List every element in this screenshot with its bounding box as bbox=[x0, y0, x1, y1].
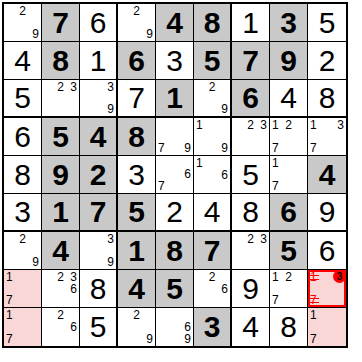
pencil-mark-7: 7 bbox=[157, 180, 169, 192]
cell-r5c6[interactable]: 16 bbox=[194, 156, 232, 194]
pencil-mark-1: 1 bbox=[5, 271, 17, 283]
cell-r7c2[interactable]: 4 bbox=[42, 232, 80, 270]
digit-given: 2 bbox=[80, 156, 116, 193]
cell-r3c1[interactable]: 5 bbox=[4, 80, 42, 118]
digit-given: 8 bbox=[118, 118, 155, 155]
cell-r1c3[interactable]: 6 bbox=[80, 4, 118, 42]
pencil-mark-9: 9 bbox=[180, 142, 192, 154]
cell-r7c8[interactable]: 5 bbox=[270, 232, 308, 270]
cell-r2c6[interactable]: 5 bbox=[194, 42, 232, 80]
pencil-marks: 39 bbox=[81, 81, 115, 115]
pencil-mark-9: 9 bbox=[104, 256, 115, 268]
cell-r8c6[interactable]: 26 bbox=[194, 270, 232, 308]
digit-solved: 9 bbox=[308, 194, 346, 230]
cell-r2c7[interactable]: 7 bbox=[232, 42, 270, 80]
cell-r4c1[interactable]: 6 bbox=[4, 118, 42, 156]
pencil-mark-2: 2 bbox=[17, 233, 29, 245]
cell-r5c9[interactable]: 4 bbox=[308, 156, 346, 194]
pencil-marks: 17 bbox=[5, 309, 40, 345]
digit-given: 7 bbox=[42, 4, 79, 41]
digit-solved: 7 bbox=[118, 80, 155, 116]
pencil-mark-2: 2 bbox=[206, 81, 217, 93]
pencil-mark-2: 2 bbox=[131, 309, 143, 321]
digit-solved: 8 bbox=[80, 270, 116, 307]
pencil-mark-3: 3 bbox=[66, 81, 78, 93]
pencil-mark-2: 2 bbox=[283, 119, 295, 131]
pencil-marks: 16 bbox=[195, 157, 229, 192]
cell-r8c7[interactable]: 9 bbox=[232, 270, 270, 308]
pencil-mark-1: 1 bbox=[5, 309, 17, 321]
digit-solved: 8 bbox=[270, 308, 307, 346]
cell-r5c1[interactable]: 8 bbox=[4, 156, 42, 194]
pencil-mark-9: 9 bbox=[142, 28, 154, 40]
pencil-mark-2: 2 bbox=[55, 81, 67, 93]
pencil-marks: 29 bbox=[195, 81, 229, 115]
cell-r6c9[interactable]: 9 bbox=[308, 194, 346, 232]
pencil-mark-7: 7 bbox=[309, 142, 321, 154]
pencil-marks: 137 bbox=[309, 119, 345, 154]
pencil-marks: 79 bbox=[157, 119, 192, 154]
cell-r7c4[interactable]: 1 bbox=[118, 232, 156, 270]
digit-given: 4 bbox=[118, 270, 155, 307]
cell-r3c2[interactable]: 23 bbox=[42, 80, 80, 118]
digit-solved: 9 bbox=[232, 270, 269, 307]
pencil-mark-9: 9 bbox=[218, 103, 229, 115]
digit-solved: 3 bbox=[4, 194, 41, 230]
pencil-mark-2: 2 bbox=[17, 5, 29, 17]
cell-r4c2[interactable]: 5 bbox=[42, 118, 80, 156]
digit-given: 6 bbox=[232, 80, 269, 116]
cell-r6c5[interactable]: 2 bbox=[156, 194, 194, 232]
cell-r8c8[interactable]: 127 bbox=[270, 270, 308, 308]
pencil-mark-1: 1 bbox=[271, 271, 283, 283]
digit-given: 1 bbox=[156, 80, 193, 116]
pencil-mark-7: 7 bbox=[5, 294, 17, 306]
pencil-marks: 17 bbox=[309, 309, 345, 345]
digit-solved: 3 bbox=[118, 156, 155, 193]
cell-r8c4[interactable]: 4 bbox=[118, 270, 156, 308]
pencil-marks: 23 bbox=[43, 81, 78, 115]
digit-solved: 6 bbox=[308, 232, 346, 269]
cell-r9c6[interactable]: 3 bbox=[194, 308, 232, 346]
cell-r6c4[interactable]: 5 bbox=[118, 194, 156, 232]
digit-given: 8 bbox=[156, 232, 193, 269]
pencil-mark-9: 9 bbox=[142, 333, 154, 345]
pencil-marks: 29 bbox=[5, 233, 40, 268]
digit-given: 9 bbox=[42, 156, 79, 193]
cell-r4c3[interactable]: 4 bbox=[80, 118, 118, 156]
pencil-mark-1: 1 bbox=[271, 157, 283, 169]
cell-r6c8[interactable]: 6 bbox=[270, 194, 308, 232]
pencil-mark-2: 2 bbox=[131, 5, 143, 17]
pencil-mark-3: 3 bbox=[256, 119, 268, 131]
digit-solved: 5 bbox=[232, 156, 269, 193]
digit-given: 4 bbox=[156, 4, 193, 41]
pencil-marks: 17 bbox=[5, 271, 40, 306]
cell-r1c6[interactable]: 8 bbox=[194, 4, 232, 42]
pencil-mark-9: 9 bbox=[180, 333, 192, 345]
cell-r7c9[interactable]: 6 bbox=[308, 232, 346, 270]
digit-given: 6 bbox=[118, 42, 155, 79]
pencil-marks: 17 bbox=[271, 157, 306, 192]
digit-solved: 8 bbox=[4, 156, 41, 193]
cell-r2c3[interactable]: 1 bbox=[80, 42, 118, 80]
pencil-mark-2: 2 bbox=[206, 271, 217, 283]
digit-given: 1 bbox=[42, 194, 79, 230]
pencil-mark-6: 6 bbox=[180, 168, 192, 180]
pencil-mark-3: 3 bbox=[104, 233, 115, 245]
digit-given: 8 bbox=[42, 42, 79, 79]
cell-r9c4[interactable]: 29 bbox=[118, 308, 156, 346]
digit-solved: 6 bbox=[80, 4, 116, 41]
cell-r7c6[interactable]: 7 bbox=[194, 232, 232, 270]
cell-r7c1[interactable]: 29 bbox=[4, 232, 42, 270]
cell-r4c8[interactable]: 127 bbox=[270, 118, 308, 156]
pencil-marks: 236 bbox=[43, 271, 78, 306]
cell-r9c1[interactable]: 17 bbox=[4, 308, 42, 346]
cell-r5c2[interactable]: 9 bbox=[42, 156, 80, 194]
pencil-marks: 29 bbox=[119, 5, 154, 40]
cell-r2c5[interactable]: 3 bbox=[156, 42, 194, 80]
pencil-mark-6: 6 bbox=[66, 321, 78, 333]
sudoku-app: 2976294813548163579252339712964865487919… bbox=[0, 0, 350, 350]
pencil-mark-1: 1 bbox=[195, 157, 206, 169]
digit-given: 5 bbox=[270, 232, 307, 269]
digit-given: 5 bbox=[118, 194, 155, 230]
pencil-mark-7: 7 bbox=[309, 333, 321, 345]
pencil-mark-7: 7 bbox=[271, 294, 283, 306]
pencil-mark-9: 9 bbox=[28, 28, 40, 40]
pencil-mark-1: 1 bbox=[309, 309, 321, 321]
cell-r7c3[interactable]: 39 bbox=[80, 232, 118, 270]
pencil-mark-7: 7 bbox=[157, 142, 169, 154]
cell-r9c5[interactable]: 69 bbox=[156, 308, 194, 346]
pencil-mark-2: 2 bbox=[55, 309, 67, 321]
cell-r2c9[interactable]: 2 bbox=[308, 42, 346, 80]
digit-solved: 5 bbox=[80, 308, 116, 346]
cell-r1c5[interactable]: 4 bbox=[156, 4, 194, 42]
pencil-mark-7: 7 bbox=[309, 294, 321, 306]
cell-r2c2[interactable]: 8 bbox=[42, 42, 80, 80]
cell-r4c5[interactable]: 79 bbox=[156, 118, 194, 156]
pencil-mark-3: 3 bbox=[256, 233, 268, 245]
cell-r4c9[interactable]: 137 bbox=[308, 118, 346, 156]
cell-r5c3[interactable]: 2 bbox=[80, 156, 118, 194]
cell-r3c6[interactable]: 29 bbox=[194, 80, 232, 118]
pencil-mark-1: 1 bbox=[309, 271, 321, 283]
cell-r8c2[interactable]: 236 bbox=[42, 270, 80, 308]
pencil-marks: 29 bbox=[119, 309, 154, 345]
digit-given: 9 bbox=[270, 42, 307, 79]
pencil-mark-9: 9 bbox=[218, 142, 229, 154]
cell-r8c1[interactable]: 17 bbox=[4, 270, 42, 308]
pencil-marks: 127 bbox=[271, 271, 306, 306]
cell-r1c9[interactable]: 5 bbox=[308, 4, 346, 42]
digit-given: 7 bbox=[194, 232, 230, 269]
digit-solved: 5 bbox=[4, 80, 41, 116]
cell-r5c8[interactable]: 17 bbox=[270, 156, 308, 194]
digit-solved: 5 bbox=[308, 4, 346, 41]
cell-r8c3[interactable]: 8 bbox=[80, 270, 118, 308]
pencil-mark-2: 2 bbox=[55, 271, 67, 283]
pencil-marks: 26 bbox=[195, 271, 229, 306]
cell-r4c7[interactable]: 23 bbox=[232, 118, 270, 156]
cell-r3c8[interactable]: 4 bbox=[270, 80, 308, 118]
digit-given: 5 bbox=[156, 270, 193, 307]
cell-r2c4[interactable]: 6 bbox=[118, 42, 156, 80]
digit-solved: 4 bbox=[270, 80, 307, 116]
digit-given: 4 bbox=[308, 156, 346, 193]
digit-given: 4 bbox=[80, 118, 116, 155]
cell-r8c9[interactable]: 173 bbox=[308, 270, 346, 308]
pencil-mark-6: 6 bbox=[66, 283, 78, 295]
digit-solved: 3 bbox=[156, 42, 193, 79]
digit-given: 6 bbox=[270, 194, 307, 230]
cell-r5c7[interactable]: 5 bbox=[232, 156, 270, 194]
cell-r3c7[interactable]: 6 bbox=[232, 80, 270, 118]
digit-given: 4 bbox=[42, 232, 79, 269]
pencil-marks: 26 bbox=[43, 309, 78, 345]
pencil-mark-7: 7 bbox=[5, 333, 17, 345]
cell-r9c7[interactable]: 4 bbox=[232, 308, 270, 346]
digit-solved: 4 bbox=[4, 42, 41, 79]
pencil-mark-9: 9 bbox=[104, 103, 115, 115]
pencil-marks: 39 bbox=[81, 233, 115, 268]
digit-solved: 8 bbox=[308, 80, 346, 116]
digit-given: 5 bbox=[194, 42, 230, 79]
cell-r1c8[interactable]: 3 bbox=[270, 4, 308, 42]
digit-given: 3 bbox=[270, 4, 307, 41]
digit-solved: 8 bbox=[232, 194, 269, 230]
cell-r7c5[interactable]: 8 bbox=[156, 232, 194, 270]
cell-r1c7[interactable]: 1 bbox=[232, 4, 270, 42]
pencil-marks: 19 bbox=[195, 119, 229, 154]
cell-r9c2[interactable]: 26 bbox=[42, 308, 80, 346]
cell-r6c6[interactable]: 4 bbox=[194, 194, 232, 232]
cell-r3c9[interactable]: 8 bbox=[308, 80, 346, 118]
pencil-mark-2: 2 bbox=[283, 271, 295, 283]
pencil-mark-3: 3 bbox=[333, 119, 345, 131]
pencil-mark-1: 1 bbox=[271, 119, 283, 131]
cell-r5c4[interactable]: 3 bbox=[118, 156, 156, 194]
digit-given: 1 bbox=[118, 232, 155, 269]
digit-given: 7 bbox=[232, 42, 269, 79]
digit-solved: 1 bbox=[80, 42, 116, 79]
digit-solved: 6 bbox=[4, 118, 41, 155]
pencil-marks: 69 bbox=[157, 309, 192, 345]
cell-r6c7[interactable]: 8 bbox=[232, 194, 270, 232]
cell-r6c2[interactable]: 1 bbox=[42, 194, 80, 232]
cell-r8c5[interactable]: 5 bbox=[156, 270, 194, 308]
cell-r9c9[interactable]: 17 bbox=[308, 308, 346, 346]
pencil-marks: 23 bbox=[233, 119, 268, 154]
digit-given: 5 bbox=[42, 118, 79, 155]
pencil-mark-6: 6 bbox=[218, 169, 229, 181]
pencil-mark-6: 6 bbox=[218, 283, 229, 295]
digit-given: 8 bbox=[194, 4, 230, 41]
cell-r3c5[interactable]: 1 bbox=[156, 80, 194, 118]
digit-solved: 4 bbox=[232, 308, 269, 346]
cell-r4c4[interactable]: 8 bbox=[118, 118, 156, 156]
pencil-mark-2: 2 bbox=[245, 119, 257, 131]
cell-r2c1[interactable]: 4 bbox=[4, 42, 42, 80]
pencil-marks: 127 bbox=[271, 119, 306, 154]
hint-badge[interactable]: 3 bbox=[333, 270, 346, 283]
cell-r5c5[interactable]: 67 bbox=[156, 156, 194, 194]
pencil-marks: 67 bbox=[157, 157, 192, 192]
cell-r1c4[interactable]: 29 bbox=[118, 4, 156, 42]
pencil-mark-2: 2 bbox=[245, 233, 257, 245]
cell-r9c3[interactable]: 5 bbox=[80, 308, 118, 346]
cell-r3c4[interactable]: 7 bbox=[118, 80, 156, 118]
cell-r1c2[interactable]: 7 bbox=[42, 4, 80, 42]
pencil-mark-9: 9 bbox=[28, 256, 40, 268]
cell-r1c1[interactable]: 29 bbox=[4, 4, 42, 42]
cell-r7c7[interactable]: 23 bbox=[232, 232, 270, 270]
digit-solved: 1 bbox=[232, 4, 269, 41]
digit-given: 3 bbox=[194, 308, 230, 346]
cell-r6c1[interactable]: 3 bbox=[4, 194, 42, 232]
cell-r4c6[interactable]: 19 bbox=[194, 118, 232, 156]
pencil-mark-1: 1 bbox=[309, 119, 321, 131]
pencil-mark-1: 1 bbox=[195, 119, 206, 131]
digit-solved: 2 bbox=[156, 194, 193, 230]
pencil-mark-3: 3 bbox=[104, 81, 115, 93]
pencil-marks: 29 bbox=[5, 5, 40, 40]
sudoku-board: 2976294813548163579252339712964865487919… bbox=[2, 2, 348, 348]
pencil-marks: 23 bbox=[233, 233, 268, 268]
cell-r3c3[interactable]: 39 bbox=[80, 80, 118, 118]
cell-r6c3[interactable]: 7 bbox=[80, 194, 118, 232]
pencil-mark-7: 7 bbox=[271, 180, 283, 192]
cell-r9c8[interactable]: 8 bbox=[270, 308, 308, 346]
pencil-mark-7: 7 bbox=[271, 142, 283, 154]
cell-r2c8[interactable]: 9 bbox=[270, 42, 308, 80]
digit-given: 7 bbox=[80, 194, 116, 230]
digit-solved: 2 bbox=[308, 42, 346, 79]
digit-solved: 4 bbox=[194, 194, 230, 230]
